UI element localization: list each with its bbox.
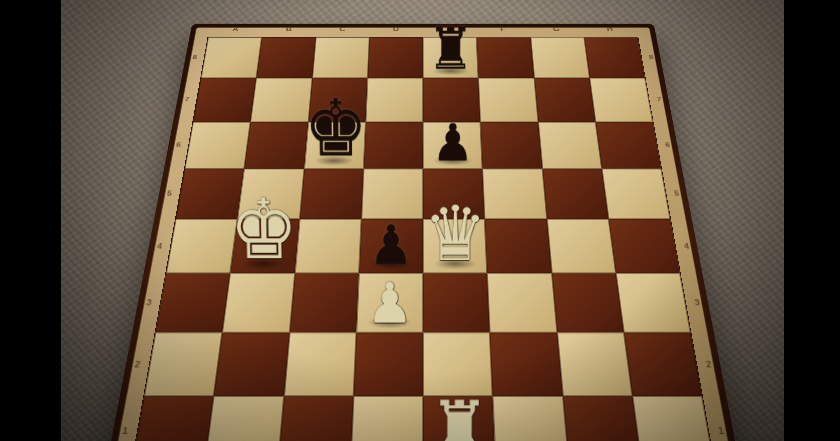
file-label-d: D [369, 25, 423, 34]
square-h6[interactable] [595, 121, 661, 168]
file-label-f: F [476, 25, 530, 34]
square-a3[interactable] [155, 273, 230, 332]
black-pawn-e6[interactable]: ♟ [423, 116, 483, 167]
square-d8[interactable] [367, 37, 423, 78]
square-g5[interactable] [542, 168, 608, 218]
square-g1[interactable] [562, 395, 641, 441]
square-f8[interactable] [476, 37, 533, 78]
file-label-e: E [423, 25, 477, 34]
square-d1[interactable] [350, 395, 423, 441]
file-label-g: G [529, 25, 584, 34]
square-h3[interactable] [615, 273, 690, 332]
square-c5[interactable] [299, 168, 363, 218]
white-queen-e4[interactable]: ♛ [423, 195, 488, 271]
square-g3[interactable] [551, 273, 623, 332]
letterbox-bar-right [784, 0, 840, 441]
square-e1[interactable]: ♜ [423, 395, 496, 441]
white-pawn-d3[interactable]: ♟ [355, 274, 422, 330]
square-a1[interactable] [131, 395, 213, 441]
board-grid: ♜♚♟♚♟♛♟♜ [130, 36, 715, 441]
black-king-c6[interactable]: ♚ [303, 89, 363, 167]
square-c6[interactable]: ♚ [303, 121, 365, 168]
square-e4[interactable]: ♛ [423, 219, 487, 273]
board-scene: ABCDEFGH ABCDEFGH 87654321 87654321 ♜♚♟♚… [61, 0, 784, 441]
square-d7[interactable] [365, 78, 422, 122]
square-c3[interactable] [289, 273, 358, 332]
white-king-b4[interactable]: ♚ [228, 188, 294, 271]
square-b4[interactable]: ♚ [230, 219, 299, 273]
file-label-h: H [582, 25, 637, 34]
square-g8[interactable] [530, 37, 589, 78]
square-f5[interactable] [482, 168, 546, 218]
square-b6[interactable] [244, 121, 308, 168]
video-frame: ABCDEFGH ABCDEFGH 87654321 87654321 ♜♚♟♚… [0, 0, 840, 441]
square-h5[interactable] [601, 168, 670, 218]
square-f1[interactable] [492, 395, 568, 441]
square-h1[interactable] [632, 395, 714, 441]
square-f6[interactable] [480, 121, 542, 168]
square-e8[interactable]: ♜ [423, 37, 479, 78]
square-b3[interactable] [222, 273, 294, 332]
square-e3[interactable] [423, 273, 490, 332]
square-e6[interactable]: ♟ [423, 121, 483, 168]
square-g6[interactable] [537, 121, 601, 168]
square-b8[interactable] [256, 37, 315, 78]
square-f3[interactable] [487, 273, 556, 332]
white-rook-e1[interactable]: ♜ [423, 391, 496, 441]
square-d5[interactable] [361, 168, 423, 218]
square-a6[interactable] [184, 121, 250, 168]
square-d6[interactable] [363, 121, 423, 168]
square-h4[interactable] [608, 219, 680, 273]
file-labels-top: ABCDEFGH [208, 25, 638, 34]
letterbox-bar-left [0, 0, 61, 441]
square-d4[interactable]: ♟ [358, 219, 422, 273]
square-c8[interactable] [311, 37, 368, 78]
square-c4[interactable] [294, 219, 361, 273]
square-c1[interactable] [277, 395, 353, 441]
square-g7[interactable] [534, 78, 595, 122]
black-pawn-d4[interactable]: ♟ [358, 217, 423, 271]
file-label-b: B [261, 25, 316, 34]
file-label-a: A [208, 25, 263, 34]
chess-board: ABCDEFGH ABCDEFGH 87654321 87654321 ♜♚♟♚… [101, 23, 744, 441]
square-h7[interactable] [589, 78, 652, 122]
square-f7[interactable] [478, 78, 537, 122]
square-a7[interactable] [193, 78, 256, 122]
square-a8[interactable] [200, 37, 261, 78]
square-d3[interactable]: ♟ [356, 273, 423, 332]
file-label-c: C [315, 25, 369, 34]
square-b1[interactable] [204, 395, 283, 441]
square-b7[interactable] [250, 78, 311, 122]
square-a4[interactable] [166, 219, 238, 273]
square-h8[interactable] [584, 37, 645, 78]
square-g4[interactable] [546, 219, 615, 273]
square-f4[interactable] [484, 219, 551, 273]
